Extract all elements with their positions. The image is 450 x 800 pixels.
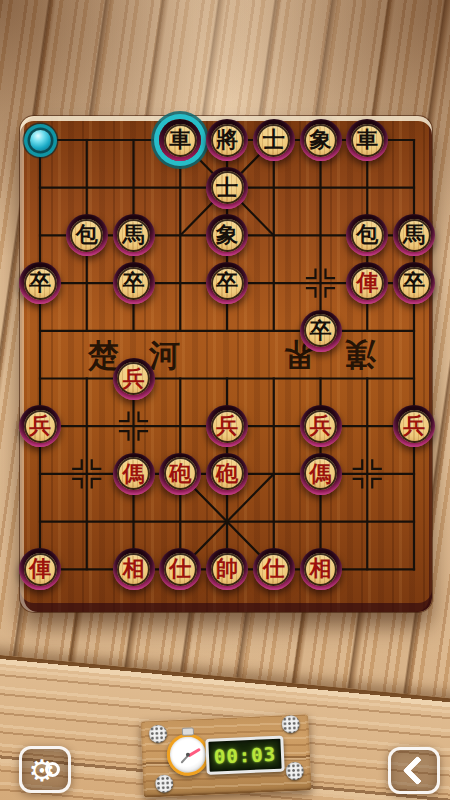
piece-red-chariot[interactable]: 俥 bbox=[19, 548, 61, 590]
piece-face: 卒 bbox=[398, 267, 431, 300]
piece-black-advisor[interactable]: 士 bbox=[253, 119, 295, 161]
piece-red-soldier[interactable]: 兵 bbox=[113, 358, 155, 400]
stopwatch-hand bbox=[187, 748, 200, 757]
dice-grille-icon bbox=[281, 715, 300, 734]
piece-black-soldier[interactable]: 卒 bbox=[19, 262, 61, 304]
piece-face: 傌 bbox=[304, 457, 337, 490]
piece-glyph: 將 bbox=[216, 129, 238, 151]
piece-glyph: 包 bbox=[356, 224, 378, 246]
piece-black-horse[interactable]: 馬 bbox=[113, 214, 155, 256]
piece-glyph: 兵 bbox=[29, 415, 51, 437]
piece-glyph: 卒 bbox=[310, 320, 332, 342]
timer-panel: 00:03 bbox=[140, 713, 311, 797]
piece-red-horse[interactable]: 傌 bbox=[113, 453, 155, 495]
piece-black-soldier[interactable]: 卒 bbox=[300, 310, 342, 352]
small-gear-icon bbox=[45, 762, 60, 777]
piece-red-soldier[interactable]: 兵 bbox=[300, 405, 342, 447]
piece-face: 象 bbox=[304, 124, 337, 157]
piece-glyph: 卒 bbox=[403, 272, 425, 294]
piece-glyph: 包 bbox=[76, 224, 98, 246]
piece-face: 兵 bbox=[398, 410, 431, 443]
piece-face: 相 bbox=[117, 553, 150, 586]
piece-face: 將 bbox=[211, 124, 244, 157]
piece-black-chariot[interactable]: 車 bbox=[159, 119, 201, 161]
piece-face: 卒 bbox=[304, 314, 337, 347]
piece-face: 士 bbox=[211, 171, 244, 204]
piece-red-cannon[interactable]: 砲 bbox=[159, 453, 201, 495]
piece-glyph: 兵 bbox=[216, 415, 238, 437]
piece-glyph: 仕 bbox=[169, 558, 191, 580]
piece-black-soldier[interactable]: 卒 bbox=[113, 262, 155, 304]
piece-red-horse[interactable]: 傌 bbox=[300, 453, 342, 495]
piece-glyph: 車 bbox=[356, 129, 378, 151]
piece-face: 俥 bbox=[24, 553, 57, 586]
piece-glyph: 傌 bbox=[123, 463, 145, 485]
piece-red-elephant[interactable]: 相 bbox=[113, 548, 155, 590]
stopwatch-icon bbox=[166, 733, 210, 777]
piece-face: 砲 bbox=[164, 457, 197, 490]
piece-face: 馬 bbox=[117, 219, 150, 252]
dice-grille-icon bbox=[285, 762, 304, 781]
piece-face: 傌 bbox=[117, 457, 150, 490]
piece-glyph: 兵 bbox=[403, 415, 425, 437]
piece-face: 兵 bbox=[24, 410, 57, 443]
piece-black-advisor[interactable]: 士 bbox=[206, 167, 248, 209]
piece-glyph: 象 bbox=[216, 224, 238, 246]
piece-red-elephant[interactable]: 相 bbox=[300, 548, 342, 590]
piece-red-soldier[interactable]: 兵 bbox=[393, 405, 435, 447]
piece-glyph: 車 bbox=[169, 129, 191, 151]
piece-face: 兵 bbox=[211, 410, 244, 443]
piece-glyph: 砲 bbox=[216, 463, 238, 485]
xiangqi-board: 楚河 漢界 車將士象車士包馬象包馬卒卒卒俥卒卒兵兵兵兵兵傌砲砲傌俥相仕帥仕相 bbox=[20, 116, 432, 612]
piece-glyph: 帥 bbox=[216, 558, 238, 580]
timer-display: 00:03 bbox=[205, 735, 284, 774]
piece-glyph: 相 bbox=[310, 558, 332, 580]
piece-black-general[interactable]: 將 bbox=[206, 119, 248, 161]
piece-glyph: 俥 bbox=[356, 272, 378, 294]
stopwatch-hand bbox=[180, 755, 188, 764]
piece-face: 兵 bbox=[304, 410, 337, 443]
piece-face: 車 bbox=[164, 124, 197, 157]
piece-glyph: 馬 bbox=[123, 224, 145, 246]
game-screen: 楚河 漢界 車將士象車士包馬象包馬卒卒卒俥卒卒兵兵兵兵兵傌砲砲傌俥相仕帥仕相 ⚙… bbox=[0, 0, 450, 800]
piece-face: 士 bbox=[257, 124, 290, 157]
piece-face: 相 bbox=[304, 553, 337, 586]
piece-glyph: 砲 bbox=[169, 463, 191, 485]
piece-black-elephant[interactable]: 象 bbox=[300, 119, 342, 161]
piece-black-soldier[interactable]: 卒 bbox=[206, 262, 248, 304]
piece-glyph: 馬 bbox=[403, 224, 425, 246]
piece-black-soldier[interactable]: 卒 bbox=[393, 262, 435, 304]
piece-face: 馬 bbox=[398, 219, 431, 252]
piece-red-soldier[interactable]: 兵 bbox=[206, 405, 248, 447]
piece-face: 帥 bbox=[211, 553, 244, 586]
timer-value: 00:03 bbox=[213, 743, 276, 768]
piece-glyph: 士 bbox=[216, 177, 238, 199]
piece-face: 象 bbox=[211, 219, 244, 252]
piece-red-soldier[interactable]: 兵 bbox=[19, 405, 61, 447]
piece-glyph: 兵 bbox=[123, 368, 145, 390]
piece-glyph: 俥 bbox=[29, 558, 51, 580]
piece-face: 卒 bbox=[117, 267, 150, 300]
piece-glyph: 象 bbox=[310, 129, 332, 151]
dice-grille-icon bbox=[155, 774, 174, 793]
piece-glyph: 兵 bbox=[310, 415, 332, 437]
chevron-left-icon bbox=[403, 756, 433, 786]
piece-glyph: 卒 bbox=[29, 272, 51, 294]
piece-face: 砲 bbox=[211, 457, 244, 490]
piece-glyph: 傌 bbox=[310, 463, 332, 485]
piece-black-chariot[interactable]: 車 bbox=[346, 119, 388, 161]
piece-red-general[interactable]: 帥 bbox=[206, 548, 248, 590]
piece-glyph: 仕 bbox=[263, 558, 285, 580]
piece-red-cannon[interactable]: 砲 bbox=[206, 453, 248, 495]
piece-face: 仕 bbox=[257, 553, 290, 586]
piece-face: 卒 bbox=[24, 267, 57, 300]
piece-face: 包 bbox=[70, 219, 103, 252]
piece-face: 仕 bbox=[164, 553, 197, 586]
dice-grille-icon bbox=[149, 725, 168, 744]
piece-face: 車 bbox=[351, 124, 384, 157]
piece-face: 包 bbox=[351, 219, 384, 252]
piece-face: 兵 bbox=[117, 362, 150, 395]
back-button[interactable] bbox=[388, 747, 440, 794]
piece-black-cannon[interactable]: 包 bbox=[66, 214, 108, 256]
piece-face: 俥 bbox=[351, 267, 384, 300]
piece-glyph: 士 bbox=[263, 129, 285, 151]
piece-glyph: 卒 bbox=[216, 272, 238, 294]
last-move-source-marker bbox=[30, 130, 51, 151]
piece-glyph: 相 bbox=[123, 558, 145, 580]
piece-face: 卒 bbox=[211, 267, 244, 300]
piece-red-advisor[interactable]: 仕 bbox=[253, 548, 295, 590]
settings-button[interactable]: ⚙ bbox=[19, 746, 71, 793]
piece-glyph: 卒 bbox=[123, 272, 145, 294]
